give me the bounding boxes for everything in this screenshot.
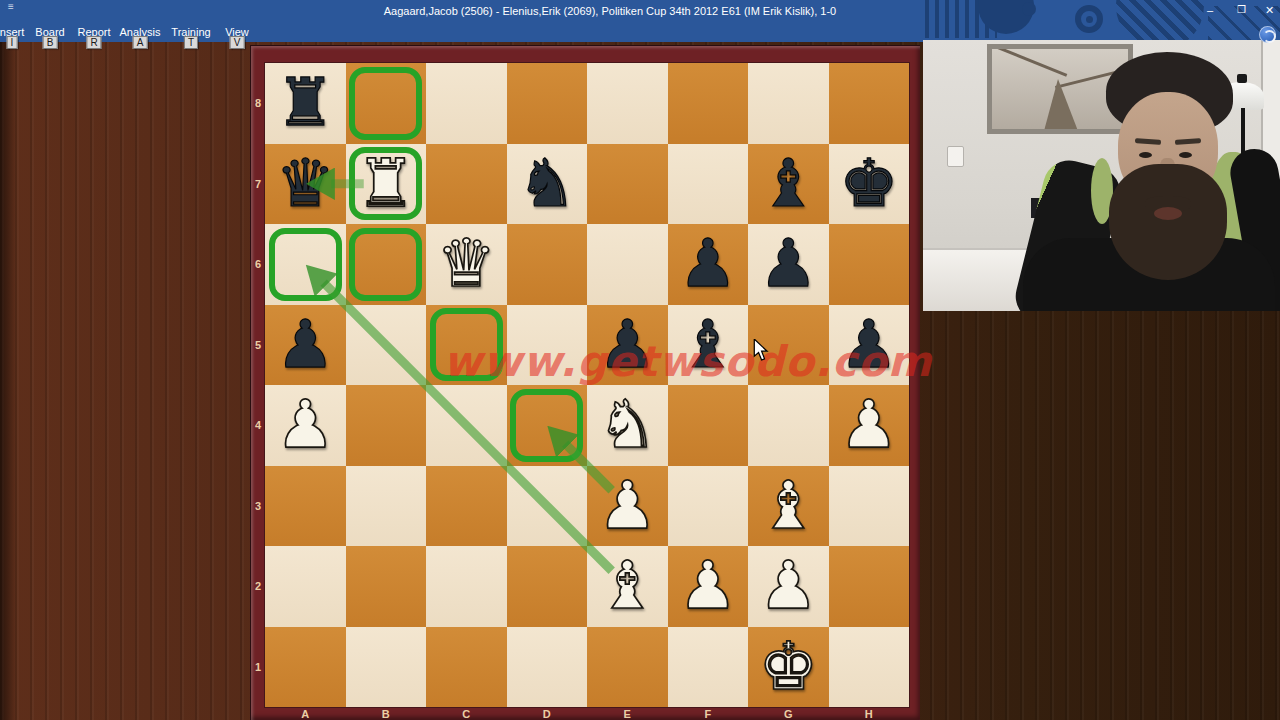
square-c2[interactable] (426, 546, 507, 627)
square-g8[interactable] (748, 63, 829, 144)
presenter-eye (1179, 152, 1192, 158)
window-controls: – ❐ ✕ (1195, 3, 1280, 19)
piece-wB-g3[interactable]: ♝ (748, 466, 829, 547)
square-a3[interactable] (265, 466, 346, 547)
square-c7[interactable] (426, 144, 507, 225)
piece-wP-h4[interactable]: ♟ (829, 385, 910, 466)
square-b1[interactable] (346, 627, 427, 708)
piece-bB-g7[interactable]: ♝ (748, 144, 829, 225)
highlight-b8 (349, 67, 422, 140)
piece-bQ-a7[interactable]: ♛ (265, 144, 346, 225)
file-label-H: H (829, 708, 910, 720)
square-h6[interactable] (829, 224, 910, 305)
file-label-E: E (587, 708, 668, 720)
restore-button[interactable]: ❐ (1237, 3, 1246, 17)
chess-board: www.getwsodo.com ♜♛♜♞♝♚♛♟♟♟♟♝♟♟♞♟♟♝♝♟♟♚ … (250, 45, 920, 720)
mouse-cursor (751, 339, 771, 361)
rank-label-5: 5 (251, 305, 265, 386)
square-d6[interactable] (507, 224, 588, 305)
square-d8[interactable] (507, 63, 588, 144)
square-b5[interactable] (346, 305, 427, 386)
square-a2[interactable] (265, 546, 346, 627)
app-bubble-icon[interactable] (1259, 26, 1276, 43)
square-b3[interactable] (346, 466, 427, 547)
square-c1[interactable] (426, 627, 507, 708)
square-h2[interactable] (829, 546, 910, 627)
quick-access-icon[interactable]: ≡ (8, 1, 14, 13)
file-label-G: G (748, 708, 829, 720)
square-e8[interactable] (587, 63, 668, 144)
bubble-ring-icon (1263, 30, 1276, 43)
square-e1[interactable] (587, 627, 668, 708)
highlight-b6 (349, 228, 422, 301)
piece-wK-g1[interactable]: ♚ (748, 627, 829, 708)
highlight-a6 (269, 228, 342, 301)
rank-label-4: 4 (251, 385, 265, 466)
presenter-eye (1139, 152, 1152, 158)
square-a1[interactable] (265, 627, 346, 708)
piece-bP-a5[interactable]: ♟ (265, 305, 346, 386)
decor-striped-circle-icon (1116, 0, 1204, 40)
square-b4[interactable] (346, 385, 427, 466)
rank-label-3: 3 (251, 466, 265, 547)
presenter-mouth (1154, 207, 1182, 220)
keytip-T: T (184, 36, 198, 49)
file-label-D: D (507, 708, 588, 720)
piece-wN-e4[interactable]: ♞ (587, 385, 668, 466)
webcam-overlay (923, 40, 1280, 311)
window-title: Aagaard,Jacob (2506) - Elenius,Erik (206… (200, 5, 1020, 17)
rank-label-7: 7 (251, 144, 265, 225)
keytip-R: R (86, 36, 101, 49)
square-c8[interactable] (426, 63, 507, 144)
square-f4[interactable] (668, 385, 749, 466)
watermark: www.getwsodo.com (443, 337, 932, 386)
board-squares: www.getwsodo.com ♜♛♜♞♝♚♛♟♟♟♟♝♟♟♞♟♟♝♝♟♟♚ (265, 63, 909, 707)
floor-lamp-cap (1237, 74, 1247, 83)
keytip-A: A (133, 36, 148, 49)
file-label-C: C (426, 708, 507, 720)
close-button[interactable]: ✕ (1265, 3, 1274, 17)
square-d2[interactable] (507, 546, 588, 627)
square-h8[interactable] (829, 63, 910, 144)
square-g4[interactable] (748, 385, 829, 466)
piece-wP-g2[interactable]: ♟ (748, 546, 829, 627)
piece-wR-b7[interactable]: ♜ (346, 144, 427, 225)
rank-label-6: 6 (251, 224, 265, 305)
bridge-walkway (1044, 79, 1078, 131)
square-f8[interactable] (668, 63, 749, 144)
decor-ring-dot-icon (1086, 16, 1093, 23)
file-label-B: B (346, 708, 427, 720)
square-e6[interactable] (587, 224, 668, 305)
piece-wP-e3[interactable]: ♟ (587, 466, 668, 547)
piece-bR-a8[interactable]: ♜ (265, 63, 346, 144)
minimize-button[interactable]: – (1207, 3, 1213, 17)
square-c4[interactable] (426, 385, 507, 466)
file-label-F: F (668, 708, 749, 720)
decor-dot-icon (1022, 2, 1036, 16)
square-b2[interactable] (346, 546, 427, 627)
piece-wP-f2[interactable]: ♟ (668, 546, 749, 627)
square-f7[interactable] (668, 144, 749, 225)
presenter-beard (1109, 164, 1227, 280)
square-f3[interactable] (668, 466, 749, 547)
keytip-V: V (230, 36, 245, 49)
keytip-I: I (7, 36, 18, 49)
square-d3[interactable] (507, 466, 588, 547)
square-c3[interactable] (426, 466, 507, 547)
rank-label-1: 1 (251, 627, 265, 708)
highlight-d4 (510, 389, 583, 462)
piece-bP-g6[interactable]: ♟ (748, 224, 829, 305)
square-d1[interactable] (507, 627, 588, 708)
file-label-A: A (265, 708, 346, 720)
piece-wP-a4[interactable]: ♟ (265, 385, 346, 466)
piece-wB-e2[interactable]: ♝ (587, 546, 668, 627)
square-h1[interactable] (829, 627, 910, 708)
square-e7[interactable] (587, 144, 668, 225)
square-f1[interactable] (668, 627, 749, 708)
keytip-B: B (43, 36, 58, 49)
white-cabinet (923, 248, 1031, 311)
rank-label-8: 8 (251, 63, 265, 144)
piece-bK-h7[interactable]: ♚ (829, 144, 910, 225)
square-h3[interactable] (829, 466, 910, 547)
application-window: ≡ Aagaard,Jacob (2506) - Elenius,Erik (2… (0, 0, 1280, 720)
piece-bP-f6[interactable]: ♟ (668, 224, 749, 305)
rank-label-2: 2 (251, 546, 265, 627)
light-switch (947, 146, 964, 167)
piece-bN-d7[interactable]: ♞ (507, 144, 588, 225)
piece-wQ-c6[interactable]: ♛ (426, 224, 507, 305)
